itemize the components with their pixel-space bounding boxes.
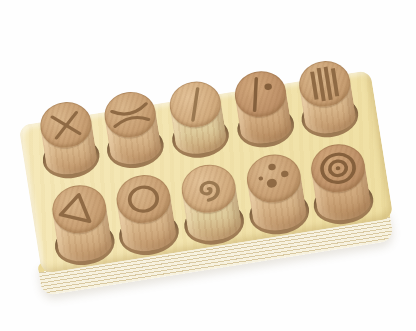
stamp-piece-line-with-dot[interactable] [231,68,293,147]
stamp-piece-concentric-rings[interactable] [308,140,373,224]
stamp-piece-diagonal-line[interactable] [166,78,228,157]
spiral-icon [183,165,235,212]
four-dots-icon [248,155,300,202]
concentric-rings-icon [312,145,364,192]
circle-ring-icon [118,176,170,223]
triangle-icon [53,186,105,233]
stamp-piece-triangle[interactable] [49,181,114,265]
cross-icon [41,103,90,147]
stamp-piece-vertical-stripes[interactable] [296,57,358,136]
stamp-piece-cross[interactable] [37,98,99,177]
double-arc-icon [106,93,155,137]
stamp-piece-four-dots[interactable] [243,151,308,235]
diagonal-line-icon [171,82,220,126]
vertical-stripes-icon [300,62,349,106]
board-cell-r1c4 [302,140,380,234]
stamp-piece-circle-ring[interactable] [113,171,178,255]
product-photo-scene [0,0,416,331]
stamp-piece-double-arc[interactable] [102,88,164,167]
stamp-piece-spiral[interactable] [178,161,243,245]
board-cell-r0c4 [289,56,367,150]
stamp-tray [18,70,393,274]
line-with-dot-icon [236,72,285,116]
